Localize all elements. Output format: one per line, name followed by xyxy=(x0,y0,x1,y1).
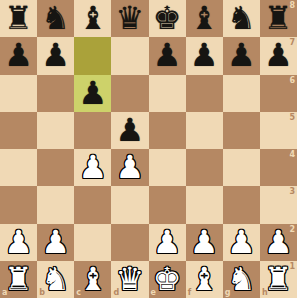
square-b7[interactable]: ♟ xyxy=(37,37,74,74)
square-a2[interactable]: ♟ xyxy=(0,224,37,261)
piece-black-pawn[interactable]: ♟ xyxy=(41,37,70,74)
piece-black-pawn[interactable]: ♟ xyxy=(153,37,182,74)
square-c2[interactable] xyxy=(74,224,111,261)
square-d2[interactable] xyxy=(111,224,148,261)
piece-black-knight[interactable]: ♞ xyxy=(41,0,70,37)
square-h3[interactable]: 3 xyxy=(260,186,297,223)
piece-black-knight[interactable]: ♞ xyxy=(227,0,256,37)
piece-black-pawn[interactable]: ♟ xyxy=(4,37,33,74)
piece-white-king[interactable]: ♚ xyxy=(153,261,182,298)
right-edge-strip xyxy=(297,0,300,298)
square-b2[interactable]: ♟ xyxy=(37,224,74,261)
piece-black-bishop[interactable]: ♝ xyxy=(190,0,219,37)
square-e7[interactable]: ♟ xyxy=(149,37,186,74)
piece-white-bishop[interactable]: ♝ xyxy=(190,261,219,298)
square-a8[interactable]: ♜ xyxy=(0,0,37,37)
piece-black-queen[interactable]: ♛ xyxy=(116,0,145,37)
page-background: ♜♞♝♛♚♝♞8♜♟♟♟♟♟7♟♟6♟5♟♟43♟♟♟♟♟2♟a♜b♞c♝d♛e… xyxy=(0,0,300,298)
piece-white-bishop[interactable]: ♝ xyxy=(78,261,107,298)
square-c6[interactable]: ♟ xyxy=(74,75,111,112)
square-a1[interactable]: a♜ xyxy=(0,261,37,298)
piece-black-rook[interactable]: ♜ xyxy=(264,0,293,37)
square-c8[interactable]: ♝ xyxy=(74,0,111,37)
square-g3[interactable] xyxy=(223,186,260,223)
square-h4[interactable]: 4 xyxy=(260,149,297,186)
square-d1[interactable]: d♛ xyxy=(111,261,148,298)
piece-white-pawn[interactable]: ♟ xyxy=(190,224,219,261)
square-b5[interactable] xyxy=(37,112,74,149)
square-a7[interactable]: ♟ xyxy=(0,37,37,74)
piece-white-knight[interactable]: ♞ xyxy=(41,261,70,298)
piece-white-rook[interactable]: ♜ xyxy=(4,261,33,298)
square-h2[interactable]: 2♟ xyxy=(260,224,297,261)
piece-black-bishop[interactable]: ♝ xyxy=(78,0,107,37)
piece-white-pawn[interactable]: ♟ xyxy=(264,224,293,261)
square-c1[interactable]: c♝ xyxy=(74,261,111,298)
square-c7[interactable] xyxy=(74,37,111,74)
piece-black-pawn[interactable]: ♟ xyxy=(116,112,145,149)
square-f4[interactable] xyxy=(186,149,223,186)
piece-white-pawn[interactable]: ♟ xyxy=(227,224,256,261)
square-e8[interactable]: ♚ xyxy=(149,0,186,37)
piece-black-pawn[interactable]: ♟ xyxy=(190,37,219,74)
square-f1[interactable]: f♝ xyxy=(186,261,223,298)
rank-label-4: 4 xyxy=(289,151,295,159)
square-e1[interactable]: e♚ xyxy=(149,261,186,298)
square-f2[interactable]: ♟ xyxy=(186,224,223,261)
square-g7[interactable]: ♟ xyxy=(223,37,260,74)
square-g1[interactable]: g♞ xyxy=(223,261,260,298)
square-b4[interactable] xyxy=(37,149,74,186)
square-a4[interactable] xyxy=(0,149,37,186)
square-h5[interactable]: 5 xyxy=(260,112,297,149)
piece-white-rook[interactable]: ♜ xyxy=(264,261,293,298)
square-h6[interactable]: 6 xyxy=(260,75,297,112)
square-c3[interactable] xyxy=(74,186,111,223)
square-b6[interactable] xyxy=(37,75,74,112)
square-f8[interactable]: ♝ xyxy=(186,0,223,37)
square-d4[interactable]: ♟ xyxy=(111,149,148,186)
piece-white-queen[interactable]: ♛ xyxy=(116,261,145,298)
piece-black-rook[interactable]: ♜ xyxy=(4,0,33,37)
square-g5[interactable] xyxy=(223,112,260,149)
piece-white-pawn[interactable]: ♟ xyxy=(153,224,182,261)
square-a3[interactable] xyxy=(0,186,37,223)
square-e5[interactable] xyxy=(149,112,186,149)
piece-black-pawn[interactable]: ♟ xyxy=(264,37,293,74)
square-f6[interactable] xyxy=(186,75,223,112)
chess-board[interactable]: ♜♞♝♛♚♝♞8♜♟♟♟♟♟7♟♟6♟5♟♟43♟♟♟♟♟2♟a♜b♞c♝d♛e… xyxy=(0,0,297,298)
piece-black-pawn[interactable]: ♟ xyxy=(227,37,256,74)
square-f3[interactable] xyxy=(186,186,223,223)
square-g4[interactable] xyxy=(223,149,260,186)
piece-black-king[interactable]: ♚ xyxy=(153,0,182,37)
piece-white-pawn[interactable]: ♟ xyxy=(4,224,33,261)
piece-white-pawn[interactable]: ♟ xyxy=(116,149,145,186)
square-b3[interactable] xyxy=(37,186,74,223)
square-h1[interactable]: 1h♜ xyxy=(260,261,297,298)
square-d6[interactable] xyxy=(111,75,148,112)
square-d5[interactable]: ♟ xyxy=(111,112,148,149)
square-h7[interactable]: 7♟ xyxy=(260,37,297,74)
square-g6[interactable] xyxy=(223,75,260,112)
square-a5[interactable] xyxy=(0,112,37,149)
square-d8[interactable]: ♛ xyxy=(111,0,148,37)
square-g8[interactable]: ♞ xyxy=(223,0,260,37)
square-b8[interactable]: ♞ xyxy=(37,0,74,37)
piece-white-pawn[interactable]: ♟ xyxy=(78,149,107,186)
square-f5[interactable] xyxy=(186,112,223,149)
square-e3[interactable] xyxy=(149,186,186,223)
square-e4[interactable] xyxy=(149,149,186,186)
rank-label-5: 5 xyxy=(289,114,295,122)
square-g2[interactable]: ♟ xyxy=(223,224,260,261)
piece-white-pawn[interactable]: ♟ xyxy=(41,224,70,261)
square-f7[interactable]: ♟ xyxy=(186,37,223,74)
square-d7[interactable] xyxy=(111,37,148,74)
square-a6[interactable] xyxy=(0,75,37,112)
piece-white-knight[interactable]: ♞ xyxy=(227,261,256,298)
square-e6[interactable] xyxy=(149,75,186,112)
square-b1[interactable]: b♞ xyxy=(37,261,74,298)
square-e2[interactable]: ♟ xyxy=(149,224,186,261)
rank-label-6: 6 xyxy=(289,77,295,85)
square-c5[interactable] xyxy=(74,112,111,149)
piece-black-pawn[interactable]: ♟ xyxy=(78,75,107,112)
square-c4[interactable]: ♟ xyxy=(74,149,111,186)
square-h8[interactable]: 8♜ xyxy=(260,0,297,37)
square-d3[interactable] xyxy=(111,186,148,223)
rank-label-3: 3 xyxy=(289,188,295,196)
